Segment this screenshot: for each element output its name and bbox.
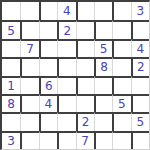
cell-r5c3[interactable]: 6 — [39, 76, 57, 94]
cell-r3c5[interactable] — [76, 39, 94, 57]
cell-r2c4[interactable]: 2 — [57, 20, 75, 38]
cell-r4c7[interactable] — [112, 57, 130, 75]
given-digit: 5 — [136, 116, 144, 128]
given-digit: 5 — [7, 25, 15, 37]
cell-r5c7[interactable] — [112, 76, 130, 94]
given-digit: 8 — [7, 98, 15, 110]
cell-r7c6[interactable] — [94, 112, 112, 130]
cell-r1c1[interactable] — [2, 2, 20, 20]
cell-r1c3[interactable] — [39, 2, 57, 20]
cell-r6c3[interactable]: 4 — [39, 94, 57, 112]
cell-r4c5[interactable] — [76, 57, 94, 75]
cell-r6c4[interactable] — [57, 94, 75, 112]
cell-r3c1[interactable] — [2, 39, 20, 57]
cell-r4c1[interactable] — [2, 57, 20, 75]
cell-r8c5[interactable]: 7 — [76, 131, 94, 149]
given-digit: 2 — [137, 61, 145, 73]
cell-r8c7[interactable] — [112, 131, 130, 149]
given-digit: 6 — [45, 80, 53, 92]
cell-r5c6[interactable] — [94, 76, 112, 94]
cell-r1c5[interactable] — [76, 2, 94, 20]
cell-r7c1[interactable] — [2, 112, 20, 130]
cell-r3c2[interactable]: 7 — [20, 39, 38, 57]
cell-r1c2[interactable] — [20, 2, 38, 20]
cell-r8c4[interactable] — [57, 131, 75, 149]
cell-r1c4[interactable]: 4 — [57, 2, 75, 20]
puzzle-board: 435275482168452537 — [0, 0, 150, 150]
cell-r2c3[interactable] — [39, 20, 57, 38]
cell-r5c2[interactable] — [20, 76, 38, 94]
cell-r8c3[interactable] — [39, 131, 57, 149]
cell-r4c2[interactable] — [20, 57, 38, 75]
cell-r4c8[interactable]: 2 — [131, 57, 149, 75]
cell-r2c6[interactable] — [94, 20, 112, 38]
cell-r1c7[interactable] — [112, 2, 130, 20]
given-digit: 5 — [118, 98, 126, 110]
cell-r8c8[interactable] — [131, 131, 149, 149]
cell-r6c1[interactable]: 8 — [2, 94, 20, 112]
cell-r8c6[interactable] — [94, 131, 112, 149]
cell-r6c8[interactable] — [131, 94, 149, 112]
cell-r6c6[interactable] — [94, 94, 112, 112]
given-digit: 4 — [63, 5, 71, 17]
cell-r6c5[interactable] — [76, 94, 94, 112]
cell-r4c4[interactable] — [57, 57, 75, 75]
cell-r2c5[interactable] — [76, 20, 94, 38]
cell-r3c3[interactable] — [39, 39, 57, 57]
cell-r3c6[interactable]: 5 — [94, 39, 112, 57]
given-digit: 3 — [7, 135, 15, 147]
given-digit: 2 — [82, 116, 90, 128]
cell-r6c7[interactable]: 5 — [112, 94, 130, 112]
cell-r8c1[interactable]: 3 — [2, 131, 20, 149]
cell-r5c4[interactable] — [57, 76, 75, 94]
cell-r7c2[interactable] — [20, 112, 38, 130]
cell-r5c1[interactable]: 1 — [2, 76, 20, 94]
cell-r3c8[interactable]: 4 — [131, 39, 149, 57]
cell-r5c8[interactable] — [131, 76, 149, 94]
cell-r3c7[interactable] — [112, 39, 130, 57]
cell-r3c4[interactable] — [57, 39, 75, 57]
given-digit: 4 — [45, 98, 53, 110]
cell-r7c5[interactable]: 2 — [76, 112, 94, 130]
cell-r6c2[interactable] — [20, 94, 38, 112]
given-digit: 2 — [63, 25, 71, 37]
cell-r1c6[interactable] — [94, 2, 112, 20]
cell-r4c3[interactable] — [39, 57, 57, 75]
cell-r4c6[interactable]: 8 — [94, 57, 112, 75]
given-digit: 7 — [26, 43, 34, 55]
cell-r7c4[interactable] — [57, 112, 75, 130]
cell-r7c8[interactable]: 5 — [131, 112, 149, 130]
cell-r7c7[interactable] — [112, 112, 130, 130]
cell-r8c2[interactable] — [20, 131, 38, 149]
cell-r2c1[interactable]: 5 — [2, 20, 20, 38]
given-digit: 3 — [136, 5, 144, 17]
given-digit: 4 — [136, 43, 144, 55]
given-digit: 1 — [7, 80, 15, 92]
cell-r1c8[interactable]: 3 — [131, 2, 149, 20]
cell-r7c3[interactable] — [39, 112, 57, 130]
cell-r2c7[interactable] — [112, 20, 130, 38]
cell-r2c2[interactable] — [20, 20, 38, 38]
cell-r5c5[interactable] — [76, 76, 94, 94]
cell-r2c8[interactable] — [131, 20, 149, 38]
given-digit: 5 — [100, 43, 108, 55]
given-digit: 7 — [81, 135, 89, 147]
given-digit: 8 — [100, 61, 108, 73]
